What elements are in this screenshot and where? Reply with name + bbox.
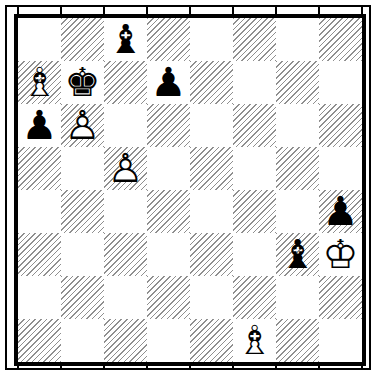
frame-tick	[232, 366, 234, 370]
frame-tick	[275, 7, 277, 14]
black-bishop-icon: ♝	[276, 233, 319, 276]
frame-tick	[318, 7, 320, 14]
square-f2[interactable]	[233, 276, 276, 319]
frame-tick	[60, 366, 62, 370]
square-e2[interactable]	[190, 276, 233, 319]
square-g5[interactable]	[276, 147, 319, 190]
frame-tick	[146, 366, 148, 370]
black-pawn-icon: ♟	[147, 61, 190, 104]
square-h3[interactable]: ♚♔	[319, 233, 362, 276]
square-h8[interactable]	[319, 18, 362, 61]
square-h7[interactable]	[319, 61, 362, 104]
square-c2[interactable]	[104, 276, 147, 319]
square-a5[interactable]	[18, 147, 61, 190]
frame-tick	[189, 366, 191, 370]
black-pawn-icon: ♟	[18, 104, 61, 147]
square-b4[interactable]	[61, 190, 104, 233]
square-a8[interactable]	[18, 18, 61, 61]
piece-black-bishop[interactable]: ♝	[276, 233, 319, 276]
square-e4[interactable]	[190, 190, 233, 233]
square-d4[interactable]	[147, 190, 190, 233]
square-f7[interactable]	[233, 61, 276, 104]
square-h4[interactable]: ♟	[319, 190, 362, 233]
square-e1[interactable]	[190, 319, 233, 362]
black-pawn-icon: ♟	[319, 190, 362, 233]
frame-tick	[275, 366, 277, 370]
square-e3[interactable]	[190, 233, 233, 276]
square-b3[interactable]	[61, 233, 104, 276]
square-f6[interactable]	[233, 104, 276, 147]
square-g1[interactable]	[276, 319, 319, 362]
square-c3[interactable]	[104, 233, 147, 276]
square-c1[interactable]	[104, 319, 147, 362]
piece-black-pawn[interactable]: ♟	[18, 104, 61, 147]
piece-black-bishop[interactable]: ♝	[104, 18, 147, 61]
square-g8[interactable]	[276, 18, 319, 61]
square-e8[interactable]	[190, 18, 233, 61]
square-a2[interactable]	[18, 276, 61, 319]
square-a6[interactable]: ♟	[18, 104, 61, 147]
frame-tick	[361, 366, 363, 370]
piece-black-king[interactable]: ♚	[61, 61, 104, 104]
white-pawn-icon: ♙	[61, 104, 104, 147]
square-f5[interactable]	[233, 147, 276, 190]
square-b6[interactable]: ♟♙	[61, 104, 104, 147]
white-pawn-icon: ♙	[104, 147, 147, 190]
square-b7[interactable]: ♚	[61, 61, 104, 104]
square-d1[interactable]	[147, 319, 190, 362]
frame-tick	[17, 366, 19, 370]
piece-black-pawn[interactable]: ♟	[319, 190, 362, 233]
square-a1[interactable]	[18, 319, 61, 362]
square-b5[interactable]	[61, 147, 104, 190]
square-f3[interactable]	[233, 233, 276, 276]
square-f1[interactable]: ♝♗	[233, 319, 276, 362]
square-g6[interactable]	[276, 104, 319, 147]
piece-white-bishop[interactable]: ♝♗	[233, 319, 276, 362]
square-c4[interactable]	[104, 190, 147, 233]
square-h1[interactable]	[319, 319, 362, 362]
square-d6[interactable]	[147, 104, 190, 147]
square-e6[interactable]	[190, 104, 233, 147]
square-h2[interactable]	[319, 276, 362, 319]
square-c7[interactable]	[104, 61, 147, 104]
board-frame: ♝♝♗♚♟♟♟♙♟♙♟♝♚♔♝♗	[14, 14, 366, 366]
square-a4[interactable]	[18, 190, 61, 233]
black-bishop-icon: ♝	[104, 18, 147, 61]
square-g2[interactable]	[276, 276, 319, 319]
piece-white-king[interactable]: ♚♔	[319, 233, 362, 276]
frame-tick	[103, 7, 105, 14]
frame-tick	[232, 7, 234, 14]
chess-board: ♝♝♗♚♟♟♟♙♟♙♟♝♚♔♝♗	[18, 18, 362, 362]
piece-white-bishop[interactable]: ♝♗	[18, 61, 61, 104]
frame-tick	[146, 7, 148, 14]
square-b8[interactable]	[61, 18, 104, 61]
chess-diagram: ♝♝♗♚♟♟♟♙♟♙♟♝♚♔♝♗	[0, 0, 376, 375]
square-e7[interactable]	[190, 61, 233, 104]
frame-tick	[17, 7, 19, 14]
square-b2[interactable]	[61, 276, 104, 319]
square-d7[interactable]: ♟	[147, 61, 190, 104]
piece-white-pawn[interactable]: ♟♙	[61, 104, 104, 147]
square-d3[interactable]	[147, 233, 190, 276]
white-king-icon: ♔	[319, 233, 362, 276]
square-d5[interactable]	[147, 147, 190, 190]
white-bishop-icon: ♗	[18, 61, 61, 104]
black-king-icon: ♚	[61, 61, 104, 104]
frame-tick	[318, 366, 320, 370]
square-a3[interactable]	[18, 233, 61, 276]
square-h6[interactable]	[319, 104, 362, 147]
piece-black-pawn[interactable]: ♟	[147, 61, 190, 104]
frame-tick	[103, 366, 105, 370]
frame-tick	[361, 7, 363, 14]
square-g3[interactable]: ♝	[276, 233, 319, 276]
square-c8[interactable]: ♝	[104, 18, 147, 61]
square-b1[interactable]	[61, 319, 104, 362]
square-c5[interactable]: ♟♙	[104, 147, 147, 190]
frame-tick	[60, 7, 62, 14]
square-e5[interactable]	[190, 147, 233, 190]
square-f8[interactable]	[233, 18, 276, 61]
square-d2[interactable]	[147, 276, 190, 319]
square-f4[interactable]	[233, 190, 276, 233]
square-g4[interactable]	[276, 190, 319, 233]
piece-white-pawn[interactable]: ♟♙	[104, 147, 147, 190]
white-bishop-icon: ♗	[233, 319, 276, 362]
square-d8[interactable]	[147, 18, 190, 61]
frame-tick	[189, 7, 191, 14]
square-a7[interactable]: ♝♗	[18, 61, 61, 104]
square-c6[interactable]	[104, 104, 147, 147]
square-g7[interactable]	[276, 61, 319, 104]
square-h5[interactable]	[319, 147, 362, 190]
